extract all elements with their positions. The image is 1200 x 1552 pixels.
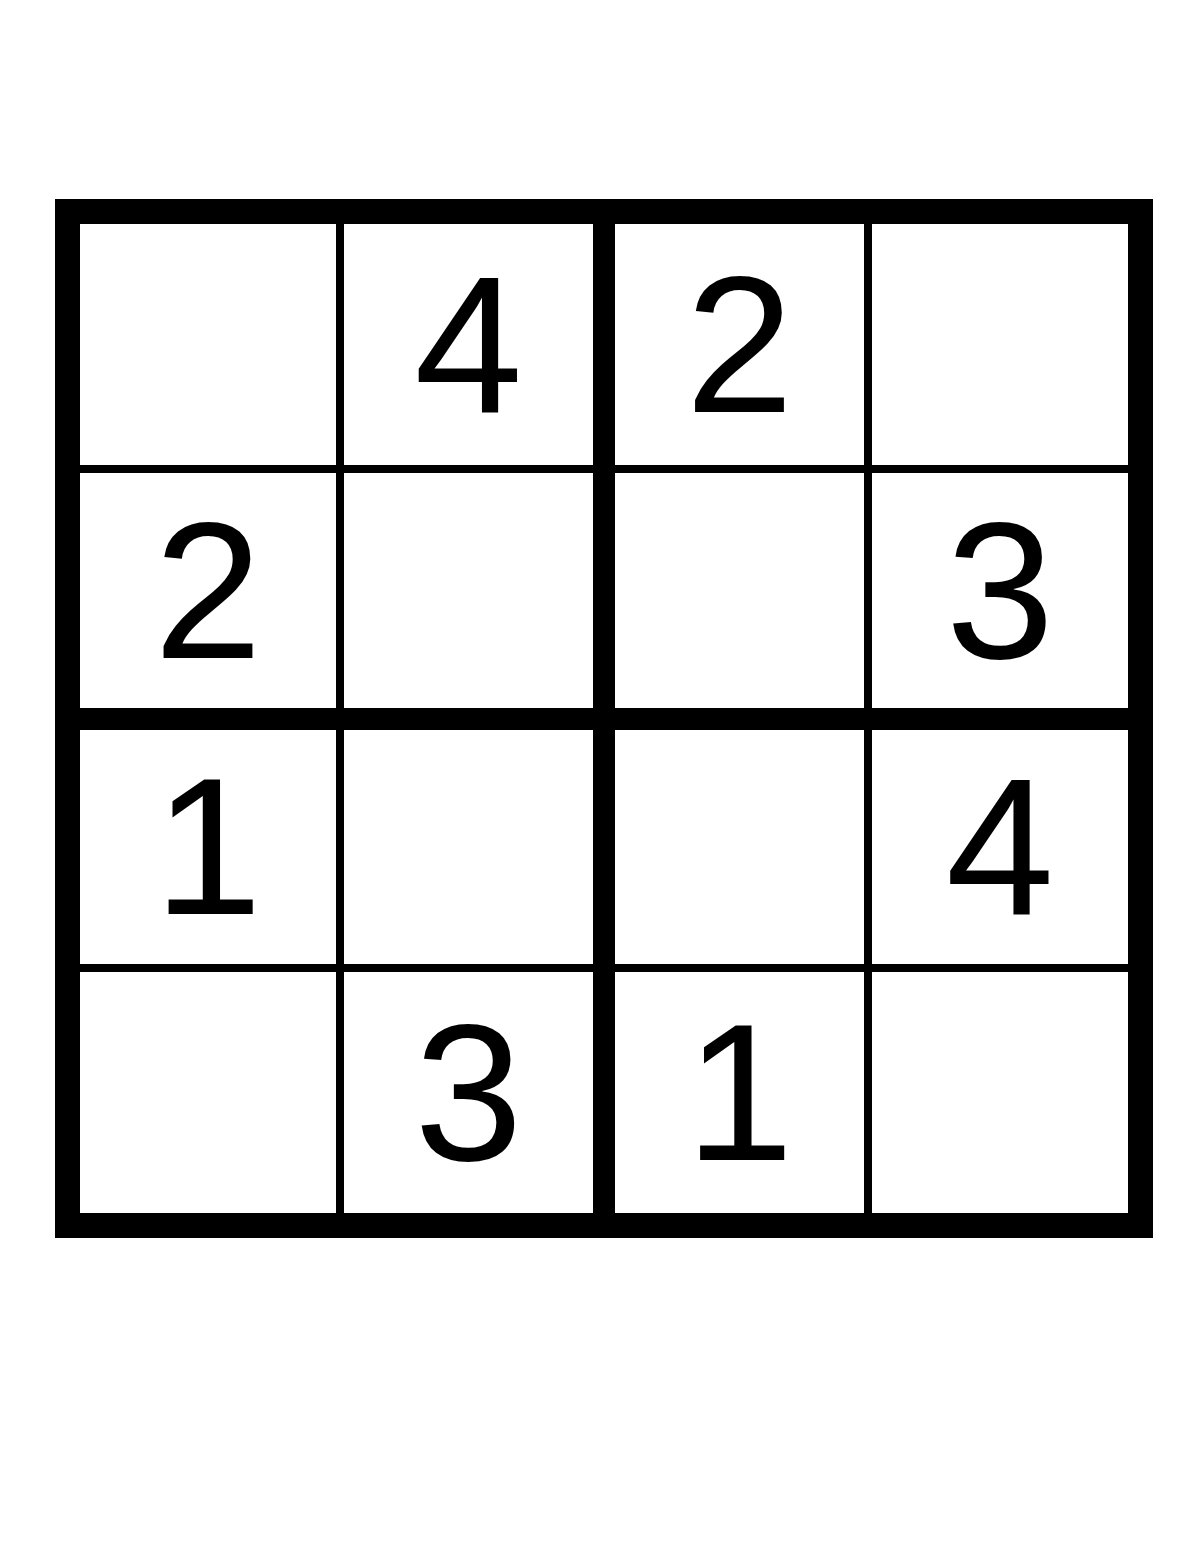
cell-r4c3[interactable]: 1 xyxy=(604,968,868,1217)
page: { "game": "sudoku", "variant": "4x4", "p… xyxy=(0,0,1200,1552)
cell-r3c2[interactable] xyxy=(340,719,604,968)
cell-value: 4 xyxy=(946,749,1054,944)
cell-value: 2 xyxy=(685,247,793,442)
cell-r2c4[interactable]: 3 xyxy=(868,469,1132,718)
cell-value: 3 xyxy=(414,995,522,1190)
sudoku-board: 42231431 xyxy=(55,199,1153,1238)
cell-r3c3[interactable] xyxy=(604,719,868,968)
cell-r2c1[interactable]: 2 xyxy=(76,469,340,718)
cell-r2c3[interactable] xyxy=(604,469,868,718)
cell-r4c2[interactable]: 3 xyxy=(340,968,604,1217)
cell-r3c4[interactable]: 4 xyxy=(868,719,1132,968)
cell-r1c2[interactable]: 4 xyxy=(340,220,604,469)
cell-r4c1[interactable] xyxy=(76,968,340,1217)
cell-r3c1[interactable]: 1 xyxy=(76,719,340,968)
cell-value: 2 xyxy=(154,493,262,688)
cell-r1c3[interactable]: 2 xyxy=(604,220,868,469)
cell-value: 3 xyxy=(946,493,1054,688)
cell-value: 1 xyxy=(685,995,793,1190)
cell-r1c4[interactable] xyxy=(868,220,1132,469)
cell-value: 4 xyxy=(414,247,522,442)
cell-r2c2[interactable] xyxy=(340,469,604,718)
cell-r4c4[interactable] xyxy=(868,968,1132,1217)
cell-r1c1[interactable] xyxy=(76,220,340,469)
cell-value: 1 xyxy=(154,749,262,944)
